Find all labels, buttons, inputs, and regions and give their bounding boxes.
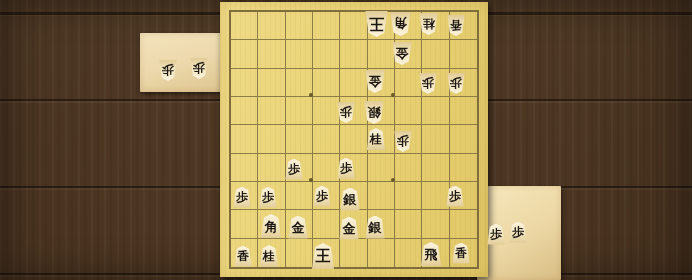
board-cell[interactable] [286, 239, 313, 267]
board-cell[interactable] [450, 40, 477, 68]
board-cell[interactable] [313, 97, 340, 125]
board-cell[interactable] [450, 125, 477, 153]
board-cell[interactable] [286, 40, 313, 68]
board-cell[interactable] [422, 182, 449, 210]
board-cell[interactable] [231, 97, 258, 125]
board-cell[interactable] [286, 125, 313, 153]
board-cell[interactable] [231, 154, 258, 182]
board-cell[interactable] [422, 210, 449, 238]
board-cell[interactable] [340, 239, 367, 267]
board-cell[interactable] [313, 12, 340, 40]
board-cell[interactable] [450, 97, 477, 125]
board-cell[interactable] [368, 40, 395, 68]
star-point [391, 178, 395, 182]
board-cell[interactable] [231, 125, 258, 153]
komadai-gote [140, 33, 229, 92]
board-cell[interactable] [450, 210, 477, 238]
board-cell[interactable] [258, 97, 285, 125]
board-cell[interactable] [395, 182, 422, 210]
board-cell[interactable] [340, 69, 367, 97]
board-cell[interactable] [231, 40, 258, 68]
board-cell[interactable] [231, 210, 258, 238]
board-cell[interactable] [313, 154, 340, 182]
board-cell[interactable] [286, 182, 313, 210]
board-cell[interactable] [231, 12, 258, 40]
board-cell[interactable] [313, 40, 340, 68]
board-cell[interactable] [313, 69, 340, 97]
board-cell[interactable] [422, 154, 449, 182]
board-cell[interactable] [258, 40, 285, 68]
board-cell[interactable] [395, 239, 422, 267]
board-cell[interactable] [258, 12, 285, 40]
board-cell[interactable] [368, 182, 395, 210]
board-cell[interactable] [340, 125, 367, 153]
board-cell[interactable] [422, 125, 449, 153]
board-cell[interactable] [368, 239, 395, 267]
board-cell[interactable] [258, 69, 285, 97]
board-cell[interactable] [395, 154, 422, 182]
star-point [391, 93, 395, 97]
board-cell[interactable] [286, 97, 313, 125]
board-cell[interactable] [231, 69, 258, 97]
board-cell[interactable] [395, 210, 422, 238]
board-cell[interactable] [258, 154, 285, 182]
board-cell[interactable] [313, 210, 340, 238]
board-cell[interactable] [422, 97, 449, 125]
star-point [309, 178, 313, 182]
board-cell[interactable] [395, 69, 422, 97]
board-cell[interactable] [258, 125, 285, 153]
shogi-photo: 王角桂香金金歩歩歩銀歩桂歩歩歩歩歩銀歩角金金銀香桂王飛香歩歩歩歩 [0, 0, 692, 280]
star-point [309, 93, 313, 97]
board-cell[interactable] [422, 40, 449, 68]
board-cell[interactable] [286, 12, 313, 40]
board-cell[interactable] [450, 154, 477, 182]
board-cell[interactable] [313, 125, 340, 153]
board-cell[interactable] [340, 40, 367, 68]
board-cell[interactable] [395, 97, 422, 125]
board-cell[interactable] [340, 12, 367, 40]
